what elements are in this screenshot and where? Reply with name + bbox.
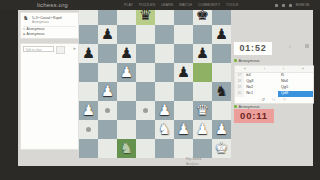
white-player-row: ○ Anonymous <box>23 27 44 31</box>
challenge-icon[interactable] <box>282 4 285 7</box>
white-pawn-h2: ♟ <box>212 120 231 139</box>
square-b7[interactable]: ♟ <box>98 25 117 44</box>
page-left-margin <box>0 0 18 180</box>
next-move-button[interactable]: › <box>283 66 284 72</box>
move-dest-dot[interactable] <box>143 108 148 113</box>
top-player-name: Anonymous <box>239 58 260 63</box>
white-king-h1: ♚ <box>212 139 231 158</box>
nav-item-puzzles[interactable]: PUZZLES <box>139 3 155 7</box>
chat-box: Talk in chat ➤ <box>20 43 79 150</box>
square-d2[interactable] <box>136 120 155 139</box>
flip-board-link[interactable]: Flip board <box>186 157 201 162</box>
square-f1[interactable] <box>174 139 193 158</box>
navbar-menu: PLAYPUZZLESLEARNWATCHCOMMUNITYTOOLS <box>124 3 238 7</box>
square-f6[interactable] <box>174 44 193 63</box>
black-pawn-a6: ♟ <box>79 44 98 63</box>
square-b1[interactable] <box>98 139 117 158</box>
square-a2[interactable] <box>79 120 98 139</box>
square-a1[interactable] <box>79 139 98 158</box>
white-pawn-c5: ♟ <box>117 63 136 82</box>
square-a6[interactable]: ♟ <box>79 44 98 63</box>
square-a3[interactable]: ♟ <box>79 101 98 120</box>
board-menu-icon[interactable] <box>305 44 309 48</box>
square-f3[interactable] <box>174 101 193 120</box>
square-c5[interactable]: ♟ <box>117 63 136 82</box>
black-pawn-h7: ♟ <box>212 25 231 44</box>
square-g4[interactable] <box>193 82 212 101</box>
black-knight-h4: ♞ <box>212 82 231 101</box>
square-c7[interactable] <box>117 25 136 44</box>
black-pawn-b7: ♟ <box>98 25 117 44</box>
square-c4[interactable] <box>117 82 136 101</box>
square-c3[interactable] <box>117 101 136 120</box>
square-d3[interactable] <box>136 101 155 120</box>
square-d7[interactable] <box>136 25 155 44</box>
square-d4[interactable] <box>136 82 155 101</box>
sign-in-button[interactable]: SIGN IN <box>296 3 309 7</box>
white-pawn-b4: ♟ <box>98 82 117 101</box>
square-f5[interactable]: ♟ <box>174 63 193 82</box>
navbar-right: SIGN IN <box>275 3 309 7</box>
chat-emoji-button[interactable] <box>56 46 65 54</box>
square-d6[interactable] <box>136 44 155 63</box>
page-bottom-margin <box>0 166 320 180</box>
square-e5[interactable] <box>155 63 174 82</box>
game-controls: ↺½⚐ <box>235 97 313 103</box>
white-pawn-e3: ♟ <box>155 101 174 120</box>
nav-item-play[interactable]: PLAY <box>124 3 133 7</box>
nav-item-learn[interactable]: LEARN <box>161 3 173 7</box>
square-e2[interactable]: ♞ <box>155 120 174 139</box>
square-a4[interactable] <box>79 82 98 101</box>
notifications-icon[interactable] <box>289 4 292 7</box>
black-color-icon: ● <box>23 32 25 36</box>
white-color-icon: ○ <box>23 27 25 31</box>
square-g3[interactable]: ♛ <box>193 101 212 120</box>
move-list-box: «‹›» 17b4f518Qg3Nh419Ne2Qg520Nc1Qd8 ↺½⚐ <box>234 65 314 104</box>
square-h7[interactable]: ♟ <box>212 25 231 44</box>
square-f2[interactable]: ♟ <box>174 120 193 139</box>
top-clock: 01:52 <box>234 42 272 55</box>
white-pawn-a3: ♟ <box>79 101 98 120</box>
bottom-clock: 00:11 <box>234 109 274 123</box>
move-dest-dot[interactable] <box>86 127 91 132</box>
prev-move-button[interactable]: ‹ <box>264 66 265 72</box>
black-player-row: ● Anonymous <box>23 32 44 36</box>
white-queen-g3: ♛ <box>193 101 212 120</box>
offer-draw-button[interactable]: ½ <box>272 97 276 102</box>
square-c1[interactable]: ♞ <box>117 139 136 158</box>
square-h2[interactable]: ♟ <box>212 120 231 139</box>
square-e4[interactable] <box>155 82 174 101</box>
square-g6[interactable]: ♟ <box>193 44 212 63</box>
square-c2[interactable] <box>117 120 136 139</box>
black-pawn-f5: ♟ <box>174 63 193 82</box>
square-h1[interactable]: ♚ <box>212 139 231 158</box>
game-meta-line1: 5+3 • Casual • Rapid <box>32 16 61 20</box>
game-type-icon: ♞ <box>23 14 28 21</box>
zen-mode-icon[interactable]: ≡ <box>289 44 291 49</box>
black-player-name: Anonymous <box>27 32 45 36</box>
first-move-button[interactable]: « <box>244 66 246 72</box>
square-a7[interactable] <box>79 25 98 44</box>
lichess-logo[interactable]: lichess.org <box>37 2 68 8</box>
square-b4[interactable]: ♟ <box>98 82 117 101</box>
square-b6[interactable] <box>98 44 117 63</box>
square-h5[interactable] <box>212 63 231 82</box>
black-pawn-c6: ♟ <box>117 44 136 63</box>
square-e1[interactable] <box>155 139 174 158</box>
square-h4[interactable]: ♞ <box>212 82 231 101</box>
square-b3[interactable] <box>98 101 117 120</box>
square-b5[interactable] <box>98 63 117 82</box>
square-e3[interactable]: ♟ <box>155 101 174 120</box>
square-g7[interactable] <box>193 25 212 44</box>
nav-item-community[interactable]: COMMUNITY <box>198 3 220 7</box>
analysis-link[interactable]: Analysis <box>186 162 201 167</box>
square-h3[interactable] <box>212 101 231 120</box>
white-pawn-g2: ♟ <box>193 120 212 139</box>
square-g2[interactable]: ♟ <box>193 120 212 139</box>
square-f4[interactable] <box>174 82 193 101</box>
chat-input[interactable]: Talk in chat <box>23 46 54 52</box>
white-knight-e2: ♞ <box>155 120 174 139</box>
game-meta-line2: Anonymous <box>32 20 49 24</box>
square-e6[interactable] <box>155 44 174 63</box>
last-move-button[interactable]: » <box>302 66 304 72</box>
game-meta-box: ♞ 5+3 • Casual • Rapid Anonymous ○ Anony… <box>20 12 79 39</box>
square-a5[interactable] <box>79 63 98 82</box>
square-f7[interactable] <box>174 25 193 44</box>
white-knight-c1: ♞ <box>117 139 136 158</box>
square-h6[interactable] <box>212 44 231 63</box>
move-dest-dot[interactable] <box>105 108 110 113</box>
move-list: 17b4f518Qg3Nh419Ne2Qg520Nc1Qd8 <box>235 73 313 97</box>
square-b2[interactable] <box>98 120 117 139</box>
chess-board: ♛♚♟♟♟♟♟♟♟♟♞♟♟♛♞♟♟♟♞♚ <box>79 6 231 158</box>
white-player-name: Anonymous <box>27 27 45 31</box>
nav-item-watch[interactable]: WATCH <box>179 3 192 7</box>
page-right-margin <box>313 0 320 180</box>
move-nav-bar: «‹›» <box>235 66 313 73</box>
black-pawn-g6: ♟ <box>193 44 212 63</box>
square-d5[interactable] <box>136 63 155 82</box>
online-status-icon <box>234 59 237 62</box>
square-c6[interactable]: ♟ <box>117 44 136 63</box>
under-board-links: Flip boardAnalysis <box>186 157 201 166</box>
online-status-icon <box>234 105 237 108</box>
resign-button[interactable]: ⚐ <box>283 97 287 102</box>
square-d1[interactable] <box>136 139 155 158</box>
nav-item-tools[interactable]: TOOLS <box>226 3 238 7</box>
white-pawn-f2: ♟ <box>174 120 193 139</box>
search-icon[interactable] <box>275 4 278 7</box>
takeback-button[interactable]: ↺ <box>261 97 265 102</box>
chat-send-icon[interactable]: ➤ <box>73 46 76 51</box>
square-g5[interactable] <box>193 63 212 82</box>
square-g1[interactable] <box>193 139 212 158</box>
square-e7[interactable] <box>155 25 174 44</box>
top-player-bar: Anonymous <box>234 58 312 64</box>
